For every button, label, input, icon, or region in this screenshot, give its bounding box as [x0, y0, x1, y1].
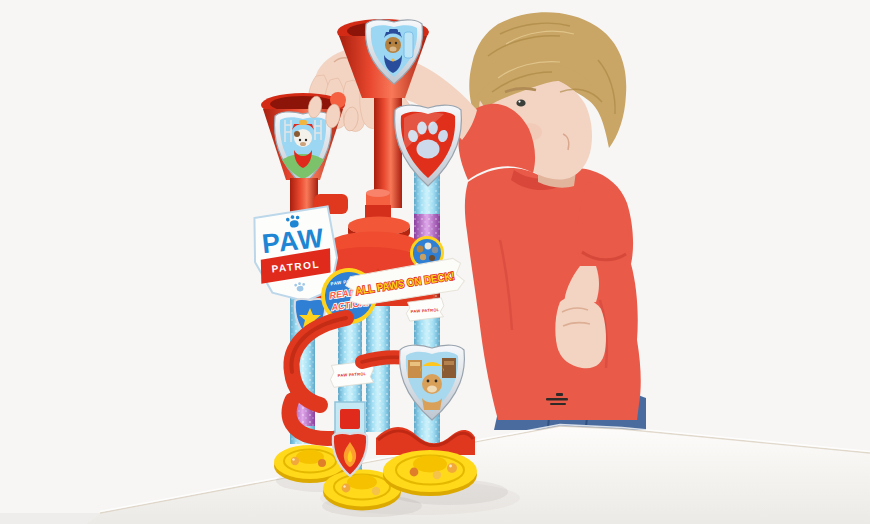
floor-corner [0, 513, 100, 524]
red-cube [340, 409, 360, 429]
photo-stage: PAW PATROL PAW PATROL READY... ACTION! A… [0, 0, 870, 524]
boy-eye [516, 99, 525, 106]
eye-glint [518, 101, 520, 103]
boy-ear [557, 126, 577, 158]
cube-tube-section [335, 402, 365, 436]
scene-svg: PAW PATROL PAW PATROL READY... ACTION! A… [0, 0, 870, 524]
base-right [383, 450, 477, 496]
